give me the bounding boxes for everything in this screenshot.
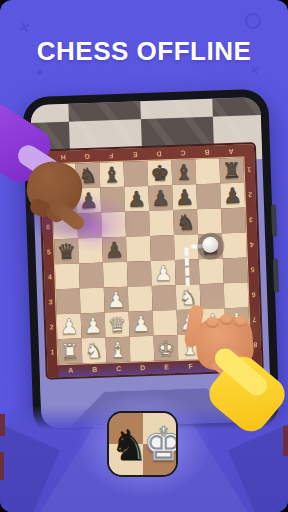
file-label-C: C (106, 362, 130, 376)
rank-label-1: 1 (243, 157, 255, 182)
square-c3[interactable]: ♟ (104, 287, 129, 313)
square-f8[interactable]: ♝ (171, 159, 196, 185)
square-h3[interactable] (224, 283, 249, 309)
square-g3[interactable] (200, 283, 225, 309)
black-knight-icon: ♞ (110, 421, 144, 470)
black-king-e8[interactable]: ♚ (150, 162, 170, 184)
rank-label-3: 3 (245, 207, 257, 232)
square-e4[interactable]: ♟ (151, 260, 176, 286)
dot-icon (37, 70, 42, 75)
black-pawn-c5[interactable]: ♟ (105, 239, 125, 261)
square-d5[interactable] (126, 236, 151, 262)
square-g4[interactable] (199, 258, 224, 284)
pillar-left-lower (0, 452, 4, 480)
file-label-D: D (147, 147, 171, 161)
white-knight-b1[interactable]: ♞ (84, 340, 104, 362)
white-king-e1[interactable]: ♚ (156, 337, 176, 359)
square-a3[interactable] (56, 288, 81, 314)
square-d4[interactable] (127, 261, 152, 287)
square-g5[interactable]: ♟ (198, 233, 223, 259)
white-pawn-d2[interactable]: ♟ (131, 313, 151, 335)
pillar-left (0, 414, 5, 436)
square-h4[interactable] (223, 258, 248, 284)
rank-label-6: 6 (248, 282, 260, 307)
file-label-F: F (99, 149, 123, 163)
knuckle (234, 316, 247, 327)
rank-label-2: 2 (244, 182, 256, 207)
square-f5[interactable] (174, 234, 199, 260)
black-pawn-g5[interactable]: ♟ (201, 235, 221, 257)
square-d6[interactable] (125, 211, 150, 237)
square-b4[interactable] (79, 263, 104, 289)
square-e6[interactable] (149, 210, 174, 236)
white-pawn-e4[interactable]: ♟ (154, 262, 174, 284)
square-c4[interactable] (103, 262, 128, 288)
rank-label-4: 4 (246, 232, 258, 257)
square-c7[interactable] (100, 187, 125, 213)
square-d1[interactable] (129, 336, 154, 362)
square-e8[interactable]: ♚ (147, 160, 172, 186)
black-bishop-f8[interactable]: ♝ (174, 161, 194, 183)
file-label-G: G (75, 150, 99, 164)
square-b2[interactable]: ♟ (81, 313, 106, 339)
square-a4[interactable] (55, 263, 80, 289)
phone-side-button-volume (273, 258, 279, 292)
square-b5[interactable] (78, 238, 103, 264)
file-label-A: A (219, 145, 243, 159)
square-e2[interactable] (153, 310, 178, 336)
black-pawn-d7[interactable]: ♟ (127, 188, 147, 210)
square-c6[interactable] (101, 212, 126, 238)
square-e5[interactable] (150, 235, 175, 261)
black-knight-f6[interactable]: ♞ (176, 211, 196, 233)
square-a1[interactable]: ♜ (58, 338, 83, 364)
square-d3[interactable] (128, 286, 153, 312)
rank-label-4: 4 (44, 264, 56, 289)
square-c1[interactable]: ♝ (106, 337, 131, 363)
pillar-right (283, 426, 288, 456)
white-pawn-b2[interactable]: ♟ (83, 315, 103, 337)
square-e3[interactable] (152, 285, 177, 311)
square-e7[interactable]: ♟ (148, 185, 173, 211)
knuckle (220, 314, 233, 325)
square-d2[interactable]: ♟ (129, 311, 154, 337)
black-rook-h8[interactable]: ♜ (222, 160, 242, 182)
square-h6[interactable] (221, 208, 246, 234)
page-title: CHESS OFFLINE (0, 36, 288, 67)
square-f4[interactable] (175, 259, 200, 285)
square-b1[interactable]: ♞ (82, 338, 107, 364)
square-g7[interactable] (196, 183, 221, 209)
rank-label-3: 3 (45, 289, 57, 314)
file-label-B: B (82, 363, 106, 377)
phone-side-button-power (271, 204, 277, 236)
white-queen-c2[interactable]: ♛ (107, 314, 127, 336)
file-label-E: E (123, 148, 147, 162)
file-label-D: D (130, 361, 154, 375)
file-label-E: E (154, 360, 178, 374)
white-bishop-c1[interactable]: ♝ (108, 339, 128, 361)
square-d7[interactable]: ♟ (124, 186, 149, 212)
knuckle (206, 317, 219, 328)
square-c2[interactable]: ♛ (105, 312, 130, 338)
square-d8[interactable] (123, 161, 148, 187)
square-h8[interactable]: ♜ (219, 158, 244, 184)
store-screenshot: ✕ ✕ CHESS OFFLINE HGFEDCBA ABCDEFGH 8765… (0, 0, 288, 512)
square-g8[interactable] (195, 158, 220, 184)
square-a2[interactable]: ♟ (57, 313, 82, 339)
square-g6[interactable] (197, 208, 222, 234)
square-f7[interactable]: ♟ (172, 184, 197, 210)
black-bishop-c8[interactable]: ♝ (102, 164, 122, 186)
black-queen-a5[interactable]: ♛ (57, 241, 77, 263)
square-h5[interactable] (222, 233, 247, 259)
rank-label-5: 5 (247, 257, 259, 282)
white-rook-a1[interactable]: ♜ (60, 340, 80, 362)
circle-outline-icon (245, 13, 261, 29)
black-pawn-e7[interactable]: ♟ (151, 187, 171, 209)
square-h7[interactable]: ♟ (220, 183, 245, 209)
square-e1[interactable]: ♚ (153, 335, 178, 361)
file-label-A: A (58, 363, 82, 377)
rank-label-5: 5 (43, 239, 55, 264)
rank-label-1: 1 (47, 339, 59, 364)
square-c5[interactable]: ♟ (102, 237, 127, 263)
app-icon[interactable]: ♞ ♚ (107, 411, 178, 477)
white-king-icon: ♚ (143, 417, 177, 471)
white-pawn-a2[interactable]: ♟ (59, 315, 79, 337)
black-pawn-h7[interactable]: ♟ (223, 185, 243, 207)
square-c8[interactable]: ♝ (99, 162, 124, 188)
square-f6[interactable]: ♞ (173, 209, 198, 235)
white-pawn-c3[interactable]: ♟ (106, 289, 126, 311)
square-a5[interactable]: ♛ (54, 238, 79, 264)
square-b3[interactable] (80, 288, 105, 314)
x-mark-icon: ✕ (18, 19, 32, 36)
black-pawn-f7[interactable]: ♟ (175, 186, 195, 208)
rank-label-2: 2 (46, 314, 58, 339)
file-label-B: B (195, 145, 219, 159)
file-label-C: C (171, 146, 195, 160)
